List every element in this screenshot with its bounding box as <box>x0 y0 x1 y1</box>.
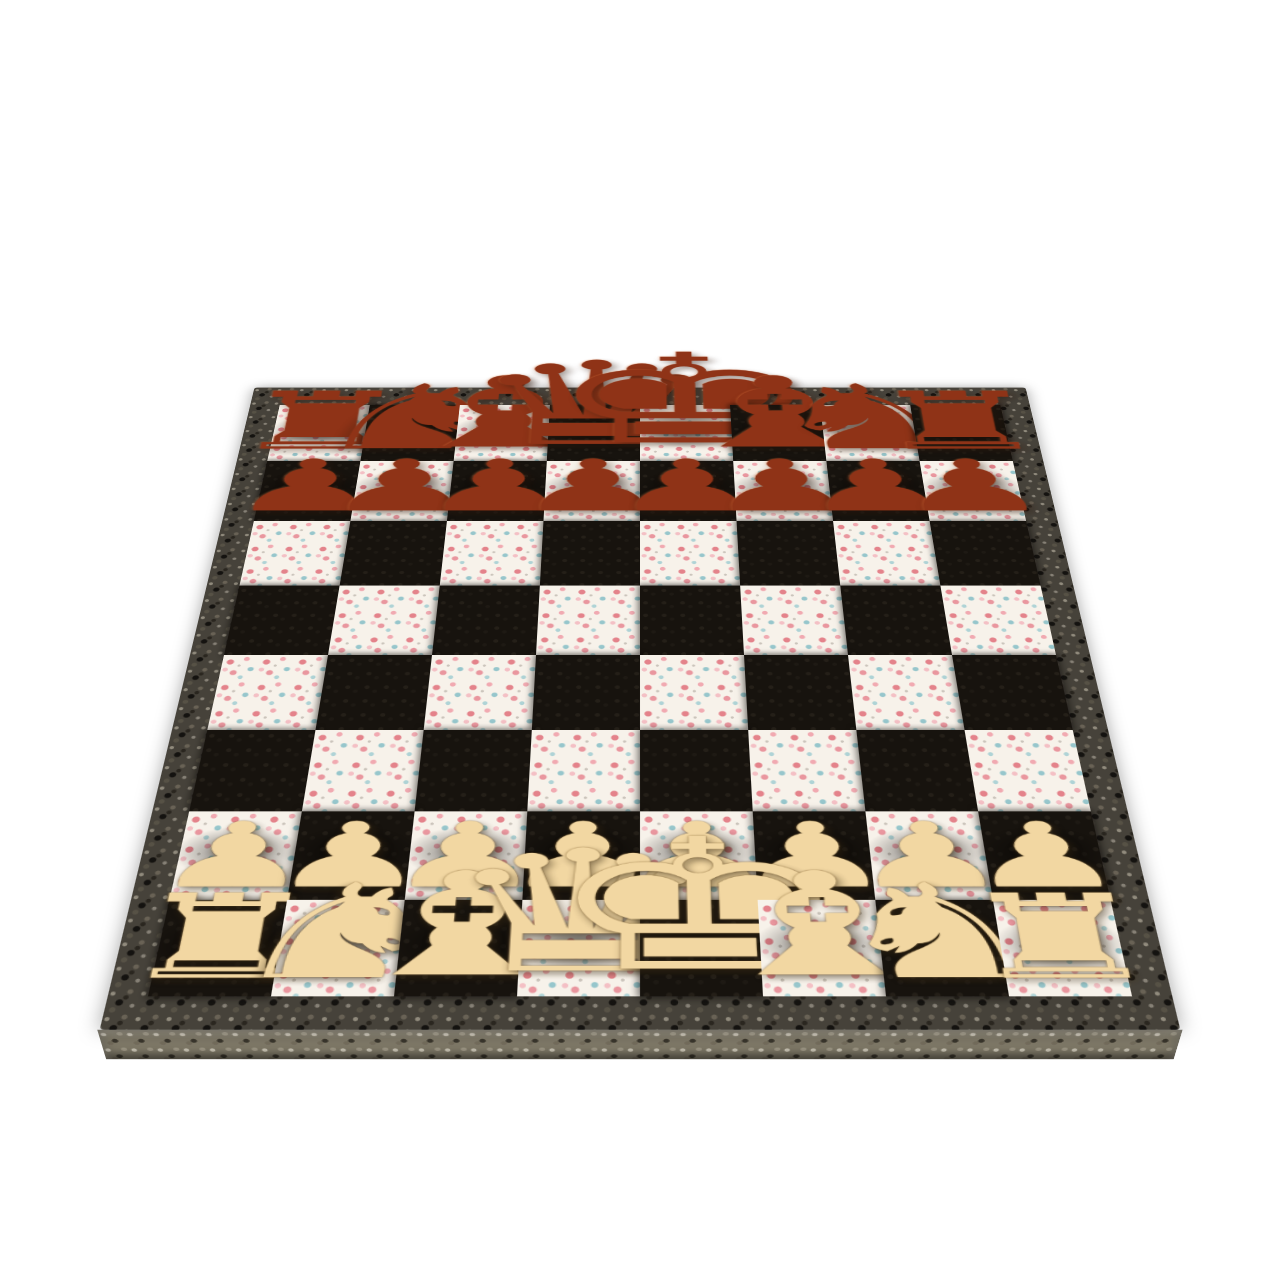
piece-white-knight[interactable]: ♞ <box>219 870 457 994</box>
chess-board: ♜♞♝♛♚♝♞♜♟♟♟♟♟♟♟♟♟♟♟♟♟♟♟♟♜♞♝♛♚♝♞♜ <box>100 388 1181 1030</box>
square-f3[interactable] <box>748 730 865 811</box>
square-b1[interactable]: ♞ <box>271 900 405 997</box>
square-h2[interactable]: ♟ <box>978 811 1110 899</box>
square-h4[interactable] <box>952 655 1073 730</box>
square-e1[interactable]: ♚ <box>640 900 763 997</box>
piece-white-pawn[interactable]: ♟ <box>845 813 1014 898</box>
square-f6[interactable] <box>737 521 841 585</box>
piece-white-pawn[interactable]: ♟ <box>149 813 323 898</box>
square-b5[interactable] <box>328 586 440 655</box>
square-h3[interactable] <box>965 730 1091 811</box>
square-g2[interactable]: ♟ <box>865 811 992 899</box>
square-b6[interactable] <box>340 521 447 585</box>
square-a4[interactable] <box>207 655 328 730</box>
square-g1[interactable]: ♞ <box>875 900 1009 997</box>
square-h6[interactable] <box>930 521 1041 585</box>
square-a3[interactable] <box>189 730 315 811</box>
square-b2[interactable]: ♟ <box>287 811 414 899</box>
square-e5[interactable] <box>640 586 744 655</box>
board-front-edge <box>97 1030 1183 1060</box>
square-g4[interactable] <box>848 655 965 730</box>
piece-white-bishop[interactable]: ♝ <box>696 858 950 994</box>
square-c4[interactable] <box>424 655 536 730</box>
square-f5[interactable] <box>740 586 848 655</box>
square-d1[interactable]: ♛ <box>517 900 640 997</box>
square-g3[interactable] <box>856 730 978 811</box>
piece-black-pawn[interactable]: ♟ <box>890 452 1055 520</box>
piece-white-pawn[interactable]: ♟ <box>266 813 435 898</box>
square-a6[interactable] <box>239 521 350 585</box>
square-e4[interactable] <box>640 655 748 730</box>
piece-white-pawn[interactable]: ♟ <box>958 813 1132 898</box>
square-a1[interactable]: ♜ <box>148 900 287 997</box>
square-d6[interactable] <box>540 521 640 585</box>
square-d4[interactable] <box>532 655 640 730</box>
square-e3[interactable] <box>640 730 753 811</box>
square-d3[interactable] <box>527 730 640 811</box>
square-h5[interactable] <box>940 586 1056 655</box>
piece-white-knight[interactable]: ♞ <box>823 870 1061 994</box>
square-b3[interactable] <box>302 730 424 811</box>
square-c5[interactable] <box>432 586 540 655</box>
square-c6[interactable] <box>440 521 544 585</box>
square-h7[interactable]: ♟ <box>920 461 1027 521</box>
square-h1[interactable]: ♜ <box>993 900 1132 997</box>
square-g6[interactable] <box>833 521 940 585</box>
square-b4[interactable] <box>315 655 432 730</box>
square-d5[interactable] <box>536 586 640 655</box>
piece-white-king[interactable]: ♚ <box>539 821 863 995</box>
piece-white-bishop[interactable]: ♝ <box>331 858 585 994</box>
square-a5[interactable] <box>224 586 340 655</box>
piece-white-rook[interactable]: ♜ <box>109 883 327 994</box>
square-f4[interactable] <box>744 655 856 730</box>
square-a2[interactable]: ♟ <box>169 811 301 899</box>
square-c1[interactable]: ♝ <box>394 900 522 997</box>
square-e6[interactable] <box>640 521 740 585</box>
piece-white-queen[interactable]: ♛ <box>429 833 728 994</box>
square-c3[interactable] <box>415 730 532 811</box>
chess-board-grid: ♜♞♝♛♚♝♞♜♟♟♟♟♟♟♟♟♟♟♟♟♟♟♟♟♜♞♝♛♚♝♞♜ <box>148 405 1132 996</box>
piece-white-rook[interactable]: ♜ <box>953 883 1171 994</box>
photo-scene: ♜♞♝♛♚♝♞♜♟♟♟♟♟♟♟♟♟♟♟♟♟♟♟♟♜♞♝♛♚♝♞♜ <box>0 0 1280 1280</box>
square-g5[interactable] <box>840 586 952 655</box>
square-f1[interactable]: ♝ <box>758 900 886 997</box>
